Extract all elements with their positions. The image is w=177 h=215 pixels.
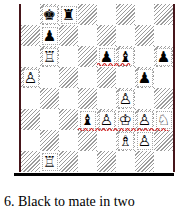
square-d6	[78, 46, 97, 67]
square-g8	[135, 4, 154, 25]
square-c6	[59, 46, 78, 67]
square-a8	[21, 4, 40, 25]
square-a3	[21, 109, 40, 130]
square-c7	[59, 25, 78, 46]
square-g6	[135, 46, 154, 67]
square-b2	[40, 130, 59, 151]
puzzle-caption: 6. Black to mate in two	[4, 193, 174, 210]
square-d2	[78, 130, 97, 151]
piece-wN-h3: ♘	[156, 111, 172, 129]
square-g2: ♙	[135, 130, 154, 151]
spellcheck-squiggle-e6f6	[97, 62, 134, 66]
piece-wR-b1: ♖	[42, 153, 58, 171]
piece-wP-g2: ♙	[137, 132, 153, 150]
square-b7: ♟	[40, 25, 59, 46]
piece-wK-f3: ♔	[118, 111, 134, 129]
square-d7	[78, 25, 97, 46]
piece-bP-g5: ♟	[137, 69, 153, 87]
square-e4	[97, 88, 116, 109]
square-f2: ♗	[116, 130, 135, 151]
square-h4	[154, 88, 173, 109]
spellcheck-squiggle-d3h3	[78, 127, 172, 131]
square-g7	[135, 25, 154, 46]
square-h6: ♟	[154, 46, 173, 67]
square-b4	[40, 88, 59, 109]
piece-bP-b7: ♟	[42, 27, 58, 45]
piece-wP-g3: ♙	[137, 111, 153, 129]
square-e5	[97, 67, 116, 88]
piece-wP-f4: ♙	[118, 90, 134, 108]
square-e2	[97, 130, 116, 151]
square-d1	[78, 151, 97, 172]
square-c1	[59, 151, 78, 172]
square-f1	[116, 151, 135, 172]
square-h8	[154, 4, 173, 25]
document-page: ♚♜♟♖♟♝♟♙♟♙♝♙♔♙♘♗♙♖ 6. Black to mate in t…	[0, 0, 177, 215]
square-f7	[116, 25, 135, 46]
square-h5	[154, 67, 173, 88]
square-d5	[78, 67, 97, 88]
piece-wB-f2: ♗	[118, 132, 134, 150]
piece-bP-h6: ♟	[156, 48, 172, 66]
square-c5	[59, 67, 78, 88]
square-b8: ♚	[40, 4, 59, 25]
piece-wR-b6: ♖	[42, 48, 58, 66]
piece-wP-a5: ♙	[23, 69, 39, 87]
square-f8	[116, 4, 135, 25]
square-g1	[135, 151, 154, 172]
piece-wP-e3: ♙	[99, 111, 115, 129]
square-b1: ♖	[40, 151, 59, 172]
square-a4	[21, 88, 40, 109]
square-f4: ♙	[116, 88, 135, 109]
square-a2	[21, 130, 40, 151]
square-d8	[78, 4, 97, 25]
square-b6: ♖	[40, 46, 59, 67]
square-b3	[40, 109, 59, 130]
square-c3	[59, 109, 78, 130]
square-a7	[21, 25, 40, 46]
square-c2	[59, 130, 78, 151]
square-a6	[21, 46, 40, 67]
piece-bR-c8: ♜	[61, 6, 77, 24]
square-g4	[135, 88, 154, 109]
piece-bK-b8: ♚	[42, 6, 58, 24]
piece-bB-d3: ♝	[80, 111, 96, 129]
square-d4	[78, 88, 97, 109]
square-a1	[21, 151, 40, 172]
board-bottom-rule	[14, 173, 174, 176]
square-h1	[154, 151, 173, 172]
square-h7	[154, 25, 173, 46]
square-b5	[40, 67, 59, 88]
square-g5: ♟	[135, 67, 154, 88]
square-f5	[116, 67, 135, 88]
chess-board: ♚♜♟♖♟♝♟♙♟♙♝♙♔♙♘♗♙♖	[19, 4, 175, 172]
square-c4	[59, 88, 78, 109]
square-e8	[97, 4, 116, 25]
square-h2	[154, 130, 173, 151]
square-e7	[97, 25, 116, 46]
square-c8: ♜	[59, 4, 78, 25]
square-e1	[97, 151, 116, 172]
square-a5: ♙	[21, 67, 40, 88]
